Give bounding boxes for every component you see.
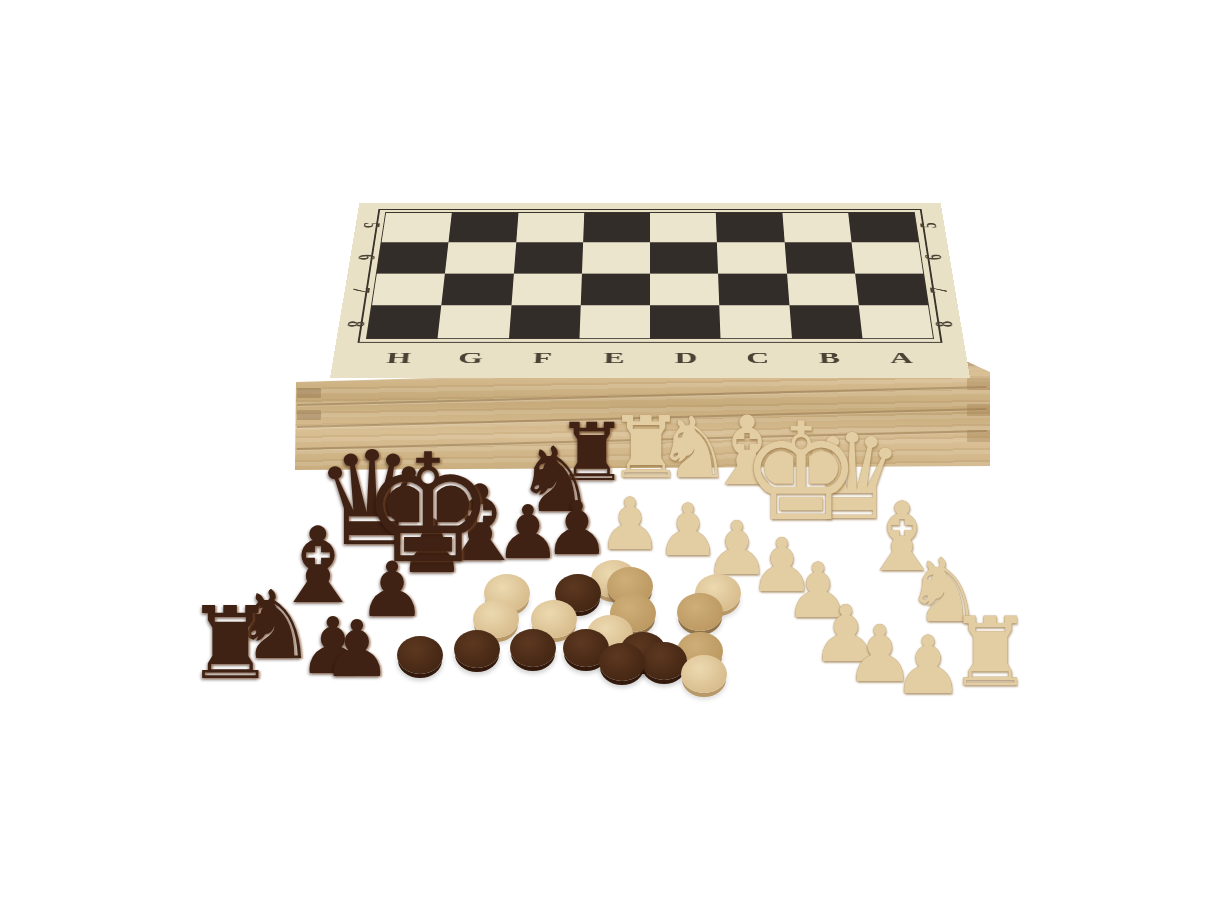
board-field (366, 212, 934, 339)
chess-piece-light-pawn: ♟ (892, 626, 964, 706)
board-square-b7 (787, 273, 859, 305)
board-square-f6 (513, 242, 582, 273)
board-square-e7 (581, 273, 650, 305)
file-label-d: D (650, 349, 722, 367)
board-square-d5 (650, 213, 717, 243)
file-label-h: H (362, 349, 436, 367)
box-finger-joint (967, 430, 993, 442)
board-square-c7 (718, 273, 789, 305)
rank-label-8: 8 (908, 318, 982, 330)
file-label-e: E (578, 349, 650, 367)
box-finger-joint (297, 410, 321, 420)
board-square-d6 (650, 242, 718, 273)
file-labels-row: HGFEDCBA (361, 347, 938, 370)
file-label-c: C (721, 349, 794, 367)
checker-disc-dark (454, 630, 500, 668)
file-label-b: B (793, 349, 866, 367)
chess-piece-dark-pawn: ♟ (322, 610, 392, 688)
board-square-g6 (445, 242, 516, 273)
board-square-c5 (716, 213, 784, 243)
rank-label-6: 6 (331, 251, 402, 262)
rank-label-5: 5 (894, 220, 964, 231)
box-finger-joint (967, 378, 993, 390)
board-square-e5 (583, 213, 650, 243)
board-square-b6 (784, 242, 855, 273)
checker-disc-dark (510, 629, 556, 667)
box-finger-joint (297, 388, 321, 398)
board-square-e8 (579, 305, 650, 338)
board-square-f8 (509, 305, 581, 338)
checker-disc-tan (677, 593, 723, 631)
file-label-g: G (434, 349, 507, 367)
board-square-f7 (511, 273, 582, 305)
box-finger-joint (967, 404, 993, 416)
rank-label-7: 7 (325, 284, 397, 296)
rank-label-6: 6 (898, 251, 969, 262)
board-square-b5 (782, 213, 851, 243)
file-label-f: F (506, 349, 579, 367)
chess-board: HGFEDCBA 5678 5678 (330, 203, 970, 378)
board-square-c8 (719, 305, 791, 338)
board-square-d8 (650, 305, 721, 338)
board-square-g7 (442, 273, 514, 305)
board-square-g8 (438, 305, 511, 338)
file-label-a: A (864, 349, 938, 367)
board-square-f5 (516, 213, 584, 243)
rank-label-8: 8 (319, 318, 393, 330)
checker-disc-dark (397, 636, 443, 674)
board-square-d7 (650, 273, 719, 305)
board-square-b8 (789, 305, 862, 338)
board-square-c6 (717, 242, 786, 273)
chess-piece-dark-rook: ♜ (185, 594, 275, 694)
product-photo-scene: HGFEDCBA 5678 5678 ♜♞♝♟♟♛♟♚♟♝♟♞♟♜♜♞♝♚♛♝♞… (0, 0, 1218, 914)
rank-label-7: 7 (903, 284, 975, 296)
checker-disc-light (681, 655, 727, 693)
board-square-e6 (582, 242, 650, 273)
board-square-g5 (449, 213, 518, 243)
checker-disc-dark (599, 643, 645, 681)
rank-label-5: 5 (336, 220, 406, 231)
